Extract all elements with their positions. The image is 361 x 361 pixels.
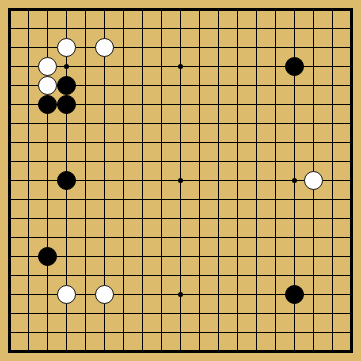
intersection-N8[interactable]: [228, 209, 247, 228]
intersection-O7[interactable]: [247, 228, 266, 247]
intersection-R13[interactable]: [304, 114, 323, 133]
intersection-G8[interactable]: [114, 209, 133, 228]
intersection-M2[interactable]: [209, 323, 228, 342]
intersection-C13[interactable]: [38, 114, 57, 133]
intersection-C19[interactable]: [38, 0, 57, 19]
intersection-F12[interactable]: [95, 133, 114, 152]
intersection-G12[interactable]: [114, 133, 133, 152]
intersection-D2[interactable]: [57, 323, 76, 342]
intersection-P5[interactable]: [266, 266, 285, 285]
intersection-P2[interactable]: [266, 323, 285, 342]
intersection-D15[interactable]: ●: [57, 76, 76, 95]
intersection-B5[interactable]: [19, 266, 38, 285]
intersection-K6[interactable]: [171, 247, 190, 266]
intersection-H18[interactable]: [133, 19, 152, 38]
intersection-O10[interactable]: [247, 171, 266, 190]
intersection-J6[interactable]: [152, 247, 171, 266]
intersection-S19[interactable]: [323, 0, 342, 19]
intersection-F5[interactable]: [95, 266, 114, 285]
intersection-R17[interactable]: [304, 38, 323, 57]
intersection-P6[interactable]: [266, 247, 285, 266]
intersection-J3[interactable]: [152, 304, 171, 323]
intersection-Q14[interactable]: [285, 95, 304, 114]
intersection-K5[interactable]: [171, 266, 190, 285]
intersection-O14[interactable]: [247, 95, 266, 114]
intersection-J9[interactable]: [152, 190, 171, 209]
intersection-J15[interactable]: [152, 76, 171, 95]
intersection-B12[interactable]: [19, 133, 38, 152]
intersection-S10[interactable]: [323, 171, 342, 190]
intersection-M6[interactable]: [209, 247, 228, 266]
intersection-K10[interactable]: [171, 171, 190, 190]
intersection-Q15[interactable]: [285, 76, 304, 95]
intersection-O12[interactable]: [247, 133, 266, 152]
intersection-T11[interactable]: [342, 152, 361, 171]
intersection-R11[interactable]: [304, 152, 323, 171]
intersection-G18[interactable]: [114, 19, 133, 38]
intersection-M13[interactable]: [209, 114, 228, 133]
intersection-M18[interactable]: [209, 19, 228, 38]
intersection-T3[interactable]: [342, 304, 361, 323]
intersection-N18[interactable]: [228, 19, 247, 38]
intersection-B9[interactable]: [19, 190, 38, 209]
intersection-A5[interactable]: [0, 266, 19, 285]
intersection-N10[interactable]: [228, 171, 247, 190]
intersection-D16[interactable]: [57, 57, 76, 76]
intersection-R6[interactable]: [304, 247, 323, 266]
intersection-T17[interactable]: [342, 38, 361, 57]
intersection-P1[interactable]: [266, 342, 285, 361]
intersection-M4[interactable]: [209, 285, 228, 304]
intersection-S2[interactable]: [323, 323, 342, 342]
intersection-Q6[interactable]: [285, 247, 304, 266]
intersection-Q4[interactable]: ●: [285, 285, 304, 304]
intersection-K1[interactable]: [171, 342, 190, 361]
intersection-M8[interactable]: [209, 209, 228, 228]
intersection-A9[interactable]: [0, 190, 19, 209]
intersection-M3[interactable]: [209, 304, 228, 323]
intersection-T5[interactable]: [342, 266, 361, 285]
intersection-L9[interactable]: [190, 190, 209, 209]
intersection-J7[interactable]: [152, 228, 171, 247]
intersection-H12[interactable]: [133, 133, 152, 152]
intersection-E9[interactable]: [76, 190, 95, 209]
intersection-K7[interactable]: [171, 228, 190, 247]
intersection-F3[interactable]: [95, 304, 114, 323]
intersection-N9[interactable]: [228, 190, 247, 209]
intersection-Q1[interactable]: [285, 342, 304, 361]
intersection-F11[interactable]: [95, 152, 114, 171]
intersection-H1[interactable]: [133, 342, 152, 361]
intersection-C9[interactable]: [38, 190, 57, 209]
intersection-N14[interactable]: [228, 95, 247, 114]
intersection-D8[interactable]: [57, 209, 76, 228]
intersection-H15[interactable]: [133, 76, 152, 95]
intersection-O2[interactable]: [247, 323, 266, 342]
intersection-T14[interactable]: [342, 95, 361, 114]
intersection-B19[interactable]: [19, 0, 38, 19]
intersection-T12[interactable]: [342, 133, 361, 152]
intersection-C15[interactable]: ○: [38, 76, 57, 95]
intersection-C8[interactable]: [38, 209, 57, 228]
intersection-L2[interactable]: [190, 323, 209, 342]
intersection-T8[interactable]: [342, 209, 361, 228]
intersection-O17[interactable]: [247, 38, 266, 57]
intersection-D17[interactable]: ○: [57, 38, 76, 57]
intersection-P15[interactable]: [266, 76, 285, 95]
intersection-B4[interactable]: [19, 285, 38, 304]
intersection-Q17[interactable]: [285, 38, 304, 57]
intersection-R1[interactable]: [304, 342, 323, 361]
intersection-B13[interactable]: [19, 114, 38, 133]
intersection-R9[interactable]: [304, 190, 323, 209]
intersection-Q9[interactable]: [285, 190, 304, 209]
intersection-B17[interactable]: [19, 38, 38, 57]
intersection-N2[interactable]: [228, 323, 247, 342]
intersection-H4[interactable]: [133, 285, 152, 304]
intersection-S16[interactable]: [323, 57, 342, 76]
intersection-O13[interactable]: [247, 114, 266, 133]
intersection-A18[interactable]: [0, 19, 19, 38]
intersection-R19[interactable]: [304, 0, 323, 19]
intersection-R14[interactable]: [304, 95, 323, 114]
intersection-N5[interactable]: [228, 266, 247, 285]
intersection-K18[interactable]: [171, 19, 190, 38]
intersection-H6[interactable]: [133, 247, 152, 266]
intersection-J5[interactable]: [152, 266, 171, 285]
intersection-T9[interactable]: [342, 190, 361, 209]
intersection-S11[interactable]: [323, 152, 342, 171]
intersection-N4[interactable]: [228, 285, 247, 304]
intersection-H17[interactable]: [133, 38, 152, 57]
intersection-B2[interactable]: [19, 323, 38, 342]
intersection-E6[interactable]: [76, 247, 95, 266]
intersection-E14[interactable]: [76, 95, 95, 114]
intersection-D5[interactable]: [57, 266, 76, 285]
intersection-E10[interactable]: [76, 171, 95, 190]
intersection-H8[interactable]: [133, 209, 152, 228]
intersection-H7[interactable]: [133, 228, 152, 247]
intersection-H11[interactable]: [133, 152, 152, 171]
intersection-O19[interactable]: [247, 0, 266, 19]
intersection-S12[interactable]: [323, 133, 342, 152]
intersection-G4[interactable]: [114, 285, 133, 304]
intersection-N15[interactable]: [228, 76, 247, 95]
intersection-L8[interactable]: [190, 209, 209, 228]
intersection-M14[interactable]: [209, 95, 228, 114]
intersection-N16[interactable]: [228, 57, 247, 76]
intersection-L1[interactable]: [190, 342, 209, 361]
intersection-D1[interactable]: [57, 342, 76, 361]
intersection-T1[interactable]: [342, 342, 361, 361]
intersection-G9[interactable]: [114, 190, 133, 209]
intersection-J18[interactable]: [152, 19, 171, 38]
intersection-H16[interactable]: [133, 57, 152, 76]
intersection-S7[interactable]: [323, 228, 342, 247]
intersection-M5[interactable]: [209, 266, 228, 285]
intersection-P14[interactable]: [266, 95, 285, 114]
intersection-M19[interactable]: [209, 0, 228, 19]
intersection-B10[interactable]: [19, 171, 38, 190]
intersection-N12[interactable]: [228, 133, 247, 152]
intersection-P11[interactable]: [266, 152, 285, 171]
intersection-O6[interactable]: [247, 247, 266, 266]
intersection-P10[interactable]: [266, 171, 285, 190]
intersection-P9[interactable]: [266, 190, 285, 209]
intersection-F4[interactable]: ○: [95, 285, 114, 304]
intersection-K8[interactable]: [171, 209, 190, 228]
intersection-K16[interactable]: [171, 57, 190, 76]
intersection-A7[interactable]: [0, 228, 19, 247]
intersection-K13[interactable]: [171, 114, 190, 133]
intersection-E1[interactable]: [76, 342, 95, 361]
intersection-J13[interactable]: [152, 114, 171, 133]
intersection-L17[interactable]: [190, 38, 209, 57]
intersection-Q18[interactable]: [285, 19, 304, 38]
intersection-F7[interactable]: [95, 228, 114, 247]
intersection-F10[interactable]: [95, 171, 114, 190]
intersection-C7[interactable]: [38, 228, 57, 247]
intersection-P19[interactable]: [266, 0, 285, 19]
intersection-O11[interactable]: [247, 152, 266, 171]
intersection-S18[interactable]: [323, 19, 342, 38]
intersection-G14[interactable]: [114, 95, 133, 114]
intersection-C4[interactable]: [38, 285, 57, 304]
intersection-P13[interactable]: [266, 114, 285, 133]
intersection-Q19[interactable]: [285, 0, 304, 19]
intersection-F19[interactable]: [95, 0, 114, 19]
intersection-D12[interactable]: [57, 133, 76, 152]
intersection-H14[interactable]: [133, 95, 152, 114]
intersection-B16[interactable]: [19, 57, 38, 76]
intersection-H9[interactable]: [133, 190, 152, 209]
intersection-S8[interactable]: [323, 209, 342, 228]
intersection-D4[interactable]: ○: [57, 285, 76, 304]
intersection-M12[interactable]: [209, 133, 228, 152]
intersection-G10[interactable]: [114, 171, 133, 190]
intersection-S1[interactable]: [323, 342, 342, 361]
intersection-M11[interactable]: [209, 152, 228, 171]
intersection-D14[interactable]: ●: [57, 95, 76, 114]
intersection-P4[interactable]: [266, 285, 285, 304]
intersection-L10[interactable]: [190, 171, 209, 190]
intersection-F6[interactable]: [95, 247, 114, 266]
intersection-D18[interactable]: [57, 19, 76, 38]
intersection-E3[interactable]: [76, 304, 95, 323]
intersection-B14[interactable]: [19, 95, 38, 114]
intersection-L15[interactable]: [190, 76, 209, 95]
intersection-L11[interactable]: [190, 152, 209, 171]
intersection-Q16[interactable]: ●: [285, 57, 304, 76]
intersection-G16[interactable]: [114, 57, 133, 76]
intersection-C3[interactable]: [38, 304, 57, 323]
intersection-H10[interactable]: [133, 171, 152, 190]
intersection-L4[interactable]: [190, 285, 209, 304]
intersection-O15[interactable]: [247, 76, 266, 95]
intersection-J4[interactable]: [152, 285, 171, 304]
intersection-R7[interactable]: [304, 228, 323, 247]
intersection-P17[interactable]: [266, 38, 285, 57]
intersection-C18[interactable]: [38, 19, 57, 38]
intersection-A2[interactable]: [0, 323, 19, 342]
intersection-R2[interactable]: [304, 323, 323, 342]
intersection-T13[interactable]: [342, 114, 361, 133]
intersection-O1[interactable]: [247, 342, 266, 361]
intersection-T7[interactable]: [342, 228, 361, 247]
intersection-Q10[interactable]: [285, 171, 304, 190]
intersection-C10[interactable]: [38, 171, 57, 190]
intersection-D6[interactable]: [57, 247, 76, 266]
intersection-N19[interactable]: [228, 0, 247, 19]
intersection-A6[interactable]: [0, 247, 19, 266]
intersection-J14[interactable]: [152, 95, 171, 114]
intersection-C5[interactable]: [38, 266, 57, 285]
intersection-D9[interactable]: [57, 190, 76, 209]
intersection-Q5[interactable]: [285, 266, 304, 285]
intersection-N3[interactable]: [228, 304, 247, 323]
intersection-L6[interactable]: [190, 247, 209, 266]
intersection-J8[interactable]: [152, 209, 171, 228]
intersection-L19[interactable]: [190, 0, 209, 19]
intersection-L7[interactable]: [190, 228, 209, 247]
intersection-E19[interactable]: [76, 0, 95, 19]
intersection-C1[interactable]: [38, 342, 57, 361]
intersection-L12[interactable]: [190, 133, 209, 152]
intersection-G19[interactable]: [114, 0, 133, 19]
intersection-L18[interactable]: [190, 19, 209, 38]
intersection-C2[interactable]: [38, 323, 57, 342]
intersection-H19[interactable]: [133, 0, 152, 19]
intersection-T15[interactable]: [342, 76, 361, 95]
intersection-T18[interactable]: [342, 19, 361, 38]
intersection-P3[interactable]: [266, 304, 285, 323]
intersection-Q8[interactable]: [285, 209, 304, 228]
intersection-A13[interactable]: [0, 114, 19, 133]
intersection-J12[interactable]: [152, 133, 171, 152]
intersection-J2[interactable]: [152, 323, 171, 342]
intersection-F17[interactable]: ○: [95, 38, 114, 57]
intersection-O5[interactable]: [247, 266, 266, 285]
intersection-R12[interactable]: [304, 133, 323, 152]
intersection-E4[interactable]: [76, 285, 95, 304]
intersection-L14[interactable]: [190, 95, 209, 114]
intersection-K19[interactable]: [171, 0, 190, 19]
intersection-K9[interactable]: [171, 190, 190, 209]
intersection-E11[interactable]: [76, 152, 95, 171]
intersection-A12[interactable]: [0, 133, 19, 152]
intersection-L5[interactable]: [190, 266, 209, 285]
intersection-B8[interactable]: [19, 209, 38, 228]
intersection-F14[interactable]: [95, 95, 114, 114]
intersection-G5[interactable]: [114, 266, 133, 285]
intersection-G13[interactable]: [114, 114, 133, 133]
intersection-T2[interactable]: [342, 323, 361, 342]
intersection-S3[interactable]: [323, 304, 342, 323]
intersection-R4[interactable]: [304, 285, 323, 304]
intersection-F18[interactable]: [95, 19, 114, 38]
intersection-D7[interactable]: [57, 228, 76, 247]
intersection-N1[interactable]: [228, 342, 247, 361]
intersection-J16[interactable]: [152, 57, 171, 76]
intersection-K11[interactable]: [171, 152, 190, 171]
intersection-E2[interactable]: [76, 323, 95, 342]
intersection-H2[interactable]: [133, 323, 152, 342]
intersection-G15[interactable]: [114, 76, 133, 95]
intersection-C6[interactable]: ●: [38, 247, 57, 266]
intersection-O3[interactable]: [247, 304, 266, 323]
intersection-N7[interactable]: [228, 228, 247, 247]
intersection-T4[interactable]: [342, 285, 361, 304]
intersection-P7[interactable]: [266, 228, 285, 247]
intersection-O9[interactable]: [247, 190, 266, 209]
intersection-J19[interactable]: [152, 0, 171, 19]
intersection-N6[interactable]: [228, 247, 247, 266]
intersection-K15[interactable]: [171, 76, 190, 95]
intersection-Q3[interactable]: [285, 304, 304, 323]
intersection-P16[interactable]: [266, 57, 285, 76]
intersection-B15[interactable]: [19, 76, 38, 95]
intersection-S13[interactable]: [323, 114, 342, 133]
intersection-G11[interactable]: [114, 152, 133, 171]
intersection-A11[interactable]: [0, 152, 19, 171]
intersection-F1[interactable]: [95, 342, 114, 361]
intersection-C16[interactable]: ○: [38, 57, 57, 76]
intersection-N11[interactable]: [228, 152, 247, 171]
intersection-B7[interactable]: [19, 228, 38, 247]
intersection-S9[interactable]: [323, 190, 342, 209]
intersection-J10[interactable]: [152, 171, 171, 190]
intersection-T10[interactable]: [342, 171, 361, 190]
intersection-L16[interactable]: [190, 57, 209, 76]
intersection-R5[interactable]: [304, 266, 323, 285]
intersection-A16[interactable]: [0, 57, 19, 76]
intersection-K4[interactable]: [171, 285, 190, 304]
intersection-R3[interactable]: [304, 304, 323, 323]
intersection-Q7[interactable]: [285, 228, 304, 247]
intersection-H3[interactable]: [133, 304, 152, 323]
intersection-B1[interactable]: [19, 342, 38, 361]
intersection-L13[interactable]: [190, 114, 209, 133]
intersection-B11[interactable]: [19, 152, 38, 171]
intersection-F15[interactable]: [95, 76, 114, 95]
intersection-J1[interactable]: [152, 342, 171, 361]
intersection-B6[interactable]: [19, 247, 38, 266]
intersection-S14[interactable]: [323, 95, 342, 114]
intersection-S15[interactable]: [323, 76, 342, 95]
intersection-A14[interactable]: [0, 95, 19, 114]
intersection-E17[interactable]: [76, 38, 95, 57]
intersection-A10[interactable]: [0, 171, 19, 190]
intersection-A15[interactable]: [0, 76, 19, 95]
intersection-G3[interactable]: [114, 304, 133, 323]
intersection-E8[interactable]: [76, 209, 95, 228]
intersection-E7[interactable]: [76, 228, 95, 247]
intersection-E18[interactable]: [76, 19, 95, 38]
intersection-T19[interactable]: [342, 0, 361, 19]
intersection-N13[interactable]: [228, 114, 247, 133]
intersection-K12[interactable]: [171, 133, 190, 152]
intersection-A19[interactable]: [0, 0, 19, 19]
intersection-M1[interactable]: [209, 342, 228, 361]
intersection-R16[interactable]: [304, 57, 323, 76]
intersection-A3[interactable]: [0, 304, 19, 323]
intersection-D11[interactable]: [57, 152, 76, 171]
intersection-G7[interactable]: [114, 228, 133, 247]
intersection-F13[interactable]: [95, 114, 114, 133]
intersection-Q2[interactable]: [285, 323, 304, 342]
intersection-A17[interactable]: [0, 38, 19, 57]
intersection-Q13[interactable]: [285, 114, 304, 133]
